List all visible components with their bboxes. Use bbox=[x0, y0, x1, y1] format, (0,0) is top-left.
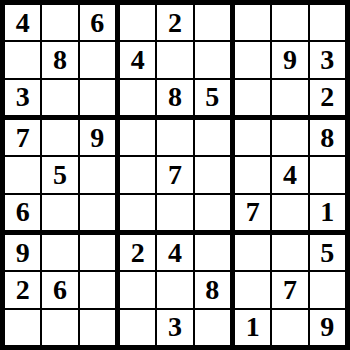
cell-r8c6: 8 bbox=[195, 272, 230, 307]
cell-r9c8[interactable] bbox=[272, 310, 307, 345]
cell-r6c6[interactable] bbox=[195, 195, 230, 230]
sudoku-box-2-1: 7956 bbox=[5, 120, 115, 230]
cell-r8c5[interactable] bbox=[157, 272, 192, 307]
cell-r9c9: 9 bbox=[310, 310, 345, 345]
cell-r2c8: 9 bbox=[272, 42, 307, 77]
cell-r5c9[interactable] bbox=[310, 157, 345, 192]
cell-r8c3[interactable] bbox=[80, 272, 115, 307]
cell-r9c7: 1 bbox=[235, 310, 270, 345]
cell-r4c4[interactable] bbox=[120, 120, 155, 155]
cell-r2c6[interactable] bbox=[195, 42, 230, 77]
cell-r1c4[interactable] bbox=[120, 5, 155, 40]
cell-r6c1: 6 bbox=[5, 195, 40, 230]
cell-r8c1: 2 bbox=[5, 272, 40, 307]
cell-r6c9: 1 bbox=[310, 195, 345, 230]
cell-r4c7[interactable] bbox=[235, 120, 270, 155]
cell-r5c2: 5 bbox=[42, 157, 77, 192]
cell-r3c4[interactable] bbox=[120, 80, 155, 115]
cell-r7c5: 4 bbox=[157, 235, 192, 270]
cell-r8c7[interactable] bbox=[235, 272, 270, 307]
cell-r3c6: 5 bbox=[195, 80, 230, 115]
cell-r7c1: 9 bbox=[5, 235, 40, 270]
cell-r6c5[interactable] bbox=[157, 195, 192, 230]
cell-r4c2[interactable] bbox=[42, 120, 77, 155]
cell-r7c3[interactable] bbox=[80, 235, 115, 270]
cell-r2c3[interactable] bbox=[80, 42, 115, 77]
cell-r5c5: 7 bbox=[157, 157, 192, 192]
cell-r5c1[interactable] bbox=[5, 157, 40, 192]
cell-r8c8: 7 bbox=[272, 272, 307, 307]
sudoku-box-1-1: 4683 bbox=[5, 5, 115, 115]
sudoku-box-2-3: 8471 bbox=[235, 120, 345, 230]
cell-r9c4[interactable] bbox=[120, 310, 155, 345]
cell-r1c7[interactable] bbox=[235, 5, 270, 40]
cell-r3c8[interactable] bbox=[272, 80, 307, 115]
cell-r4c3: 9 bbox=[80, 120, 115, 155]
cell-r1c8[interactable] bbox=[272, 5, 307, 40]
cell-r4c5[interactable] bbox=[157, 120, 192, 155]
cell-r7c6[interactable] bbox=[195, 235, 230, 270]
sudoku-box-3-1: 926 bbox=[5, 235, 115, 345]
cell-r8c4[interactable] bbox=[120, 272, 155, 307]
sudoku-box-1-2: 2485 bbox=[120, 5, 230, 115]
cell-r3c3[interactable] bbox=[80, 80, 115, 115]
cell-r9c2[interactable] bbox=[42, 310, 77, 345]
cell-r7c7[interactable] bbox=[235, 235, 270, 270]
cell-r9c3[interactable] bbox=[80, 310, 115, 345]
cell-r1c2[interactable] bbox=[42, 5, 77, 40]
cell-r9c6[interactable] bbox=[195, 310, 230, 345]
cell-r1c9[interactable] bbox=[310, 5, 345, 40]
cell-r6c3[interactable] bbox=[80, 195, 115, 230]
sudoku-box-2-2: 7 bbox=[120, 120, 230, 230]
cell-r5c8: 4 bbox=[272, 157, 307, 192]
cell-r5c3[interactable] bbox=[80, 157, 115, 192]
cell-r4c9: 8 bbox=[310, 120, 345, 155]
cell-r6c7: 7 bbox=[235, 195, 270, 230]
cell-r3c5: 8 bbox=[157, 80, 192, 115]
cell-r4c8[interactable] bbox=[272, 120, 307, 155]
cell-r4c6[interactable] bbox=[195, 120, 230, 155]
sudoku-board: 4683248593279567847192624835719 bbox=[0, 0, 350, 350]
sudoku-box-3-2: 2483 bbox=[120, 235, 230, 345]
cell-r4c1: 7 bbox=[5, 120, 40, 155]
cell-r1c1: 4 bbox=[5, 5, 40, 40]
cell-r1c3: 6 bbox=[80, 5, 115, 40]
cell-r2c2: 8 bbox=[42, 42, 77, 77]
cell-r5c7[interactable] bbox=[235, 157, 270, 192]
cell-r2c4: 4 bbox=[120, 42, 155, 77]
cell-r1c5: 2 bbox=[157, 5, 192, 40]
cell-r3c1: 3 bbox=[5, 80, 40, 115]
cell-r2c7[interactable] bbox=[235, 42, 270, 77]
cell-r3c2[interactable] bbox=[42, 80, 77, 115]
cell-r8c2: 6 bbox=[42, 272, 77, 307]
cell-r7c4: 2 bbox=[120, 235, 155, 270]
cell-r3c7[interactable] bbox=[235, 80, 270, 115]
cell-r9c5: 3 bbox=[157, 310, 192, 345]
cell-r5c4[interactable] bbox=[120, 157, 155, 192]
cell-r7c9: 5 bbox=[310, 235, 345, 270]
cell-r7c8[interactable] bbox=[272, 235, 307, 270]
cell-r2c9: 3 bbox=[310, 42, 345, 77]
cell-r5c6[interactable] bbox=[195, 157, 230, 192]
cell-r1c6[interactable] bbox=[195, 5, 230, 40]
cell-r2c5[interactable] bbox=[157, 42, 192, 77]
cell-r8c9[interactable] bbox=[310, 272, 345, 307]
cell-r7c2[interactable] bbox=[42, 235, 77, 270]
cell-r2c1[interactable] bbox=[5, 42, 40, 77]
sudoku-box-1-3: 932 bbox=[235, 5, 345, 115]
sudoku-box-3-3: 5719 bbox=[235, 235, 345, 345]
cell-r9c1[interactable] bbox=[5, 310, 40, 345]
cell-r6c8[interactable] bbox=[272, 195, 307, 230]
cell-r6c4[interactable] bbox=[120, 195, 155, 230]
cell-r3c9: 2 bbox=[310, 80, 345, 115]
cell-r6c2[interactable] bbox=[42, 195, 77, 230]
